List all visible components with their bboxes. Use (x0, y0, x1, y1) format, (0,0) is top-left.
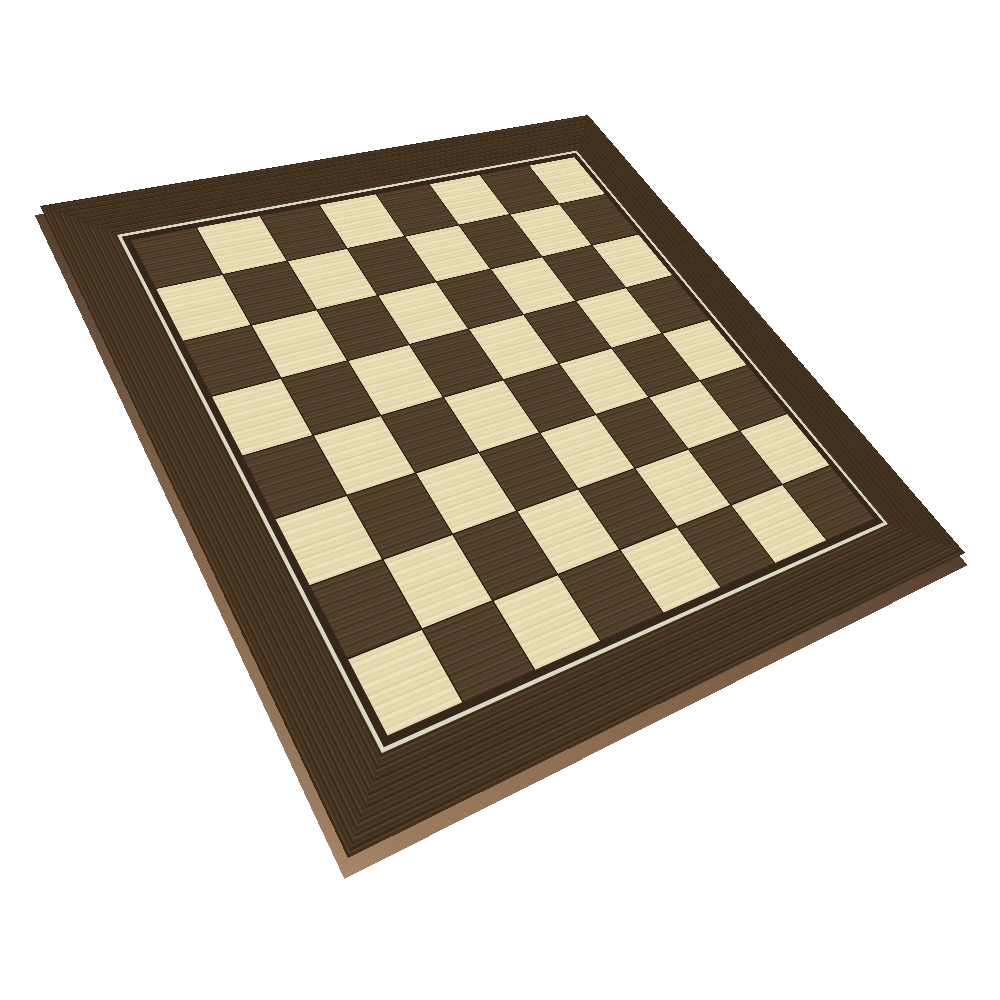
product-photo-stage (0, 0, 1000, 1000)
chess-board (40, 115, 965, 858)
